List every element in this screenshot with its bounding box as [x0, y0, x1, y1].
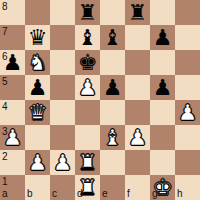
rank-label-1: 1	[2, 177, 8, 187]
square-h4[interactable]: ♟	[175, 100, 200, 125]
square-d5[interactable]: ♟	[75, 75, 100, 100]
square-d1[interactable]: d♜	[75, 175, 100, 200]
square-a1[interactable]: 1a	[0, 175, 25, 200]
square-e1[interactable]: e	[100, 175, 125, 200]
rank-label-2: 2	[2, 152, 8, 162]
square-g4[interactable]	[150, 100, 175, 125]
square-b8[interactable]	[25, 0, 50, 25]
square-a7[interactable]: 7	[0, 25, 25, 50]
file-label-g: g	[152, 189, 158, 199]
square-c8[interactable]	[50, 0, 75, 25]
square-f7[interactable]	[125, 25, 150, 50]
piece-black-pawn-b5: ♟	[25, 75, 50, 100]
square-a3[interactable]: 3♟	[0, 125, 25, 150]
square-f2[interactable]	[125, 150, 150, 175]
square-g8[interactable]	[150, 0, 175, 25]
square-f3[interactable]: ♟	[125, 125, 150, 150]
chess-board: 8♜♜7♛♝♝♟6♟♞♚5♟♟♟♟4♛♟3♟♝♟2♟♟♜1abcd♜efg♚h	[0, 0, 200, 200]
piece-black-bishop-e7: ♝	[100, 25, 125, 50]
square-a6[interactable]: 6♟	[0, 50, 25, 75]
file-label-h: h	[177, 189, 183, 199]
square-h7[interactable]	[175, 25, 200, 50]
square-g3[interactable]	[150, 125, 175, 150]
piece-white-pawn-f3: ♟	[125, 125, 150, 150]
square-f6[interactable]	[125, 50, 150, 75]
square-c5[interactable]	[50, 75, 75, 100]
square-e3[interactable]: ♝	[100, 125, 125, 150]
square-e2[interactable]	[100, 150, 125, 175]
square-e7[interactable]: ♝	[100, 25, 125, 50]
square-h3[interactable]	[175, 125, 200, 150]
piece-white-pawn-d5: ♟	[75, 75, 100, 100]
square-c2[interactable]: ♟	[50, 150, 75, 175]
square-b6[interactable]: ♞	[25, 50, 50, 75]
square-e5[interactable]: ♟	[100, 75, 125, 100]
square-d2[interactable]: ♜	[75, 150, 100, 175]
piece-white-pawn-h4: ♟	[175, 100, 200, 125]
square-a5[interactable]: 5	[0, 75, 25, 100]
square-d4[interactable]	[75, 100, 100, 125]
piece-black-pawn-e5: ♟	[100, 75, 125, 100]
square-d8[interactable]: ♜	[75, 0, 100, 25]
square-c3[interactable]	[50, 125, 75, 150]
rank-label-3: 3	[2, 127, 8, 137]
square-e4[interactable]	[100, 100, 125, 125]
piece-black-bishop-d7: ♝	[75, 25, 100, 50]
square-c6[interactable]	[50, 50, 75, 75]
square-g7[interactable]: ♟	[150, 25, 175, 50]
piece-white-queen-b4: ♛	[25, 100, 50, 125]
square-g1[interactable]: g♚	[150, 175, 175, 200]
square-d6[interactable]: ♚	[75, 50, 100, 75]
piece-white-bishop-e3: ♝	[100, 125, 125, 150]
square-a2[interactable]: 2	[0, 150, 25, 175]
square-h1[interactable]: h	[175, 175, 200, 200]
square-g6[interactable]	[150, 50, 175, 75]
square-d7[interactable]: ♝	[75, 25, 100, 50]
file-label-d: d	[77, 189, 83, 199]
square-g2[interactable]	[150, 150, 175, 175]
rank-label-7: 7	[2, 27, 8, 37]
file-label-c: c	[52, 189, 57, 199]
square-b4[interactable]: ♛	[25, 100, 50, 125]
piece-black-rook-d8: ♜	[75, 0, 100, 25]
square-b1[interactable]: b	[25, 175, 50, 200]
piece-black-king-d6: ♚	[75, 50, 100, 75]
square-c4[interactable]	[50, 100, 75, 125]
square-e6[interactable]	[100, 50, 125, 75]
square-f1[interactable]: f	[125, 175, 150, 200]
square-b2[interactable]: ♟	[25, 150, 50, 175]
square-f5[interactable]	[125, 75, 150, 100]
file-label-e: e	[102, 189, 108, 199]
square-b3[interactable]	[25, 125, 50, 150]
file-label-f: f	[127, 189, 130, 199]
square-f4[interactable]	[125, 100, 150, 125]
rank-label-4: 4	[2, 102, 8, 112]
square-c7[interactable]	[50, 25, 75, 50]
file-label-b: b	[27, 189, 33, 199]
rank-label-6: 6	[2, 52, 8, 62]
rank-label-8: 8	[2, 2, 8, 12]
rank-label-5: 5	[2, 77, 8, 87]
square-h6[interactable]	[175, 50, 200, 75]
piece-black-rook-f8: ♜	[125, 0, 150, 25]
piece-black-pawn-g7: ♟	[150, 25, 175, 50]
file-label-a: a	[2, 189, 8, 199]
square-e8[interactable]	[100, 0, 125, 25]
piece-black-queen-b7: ♛	[25, 25, 50, 50]
square-h8[interactable]	[175, 0, 200, 25]
piece-black-pawn-g5: ♟	[150, 75, 175, 100]
piece-white-pawn-c2: ♟	[50, 150, 75, 175]
square-f8[interactable]: ♜	[125, 0, 150, 25]
piece-white-knight-b6: ♞	[25, 50, 50, 75]
piece-white-pawn-b2: ♟	[25, 150, 50, 175]
piece-white-rook-d2: ♜	[75, 150, 100, 175]
square-b5[interactable]: ♟	[25, 75, 50, 100]
square-a8[interactable]: 8	[0, 0, 25, 25]
square-d3[interactable]	[75, 125, 100, 150]
square-b7[interactable]: ♛	[25, 25, 50, 50]
square-a4[interactable]: 4	[0, 100, 25, 125]
square-h2[interactable]	[175, 150, 200, 175]
square-h5[interactable]	[175, 75, 200, 100]
square-g5[interactable]: ♟	[150, 75, 175, 100]
square-c1[interactable]: c	[50, 175, 75, 200]
